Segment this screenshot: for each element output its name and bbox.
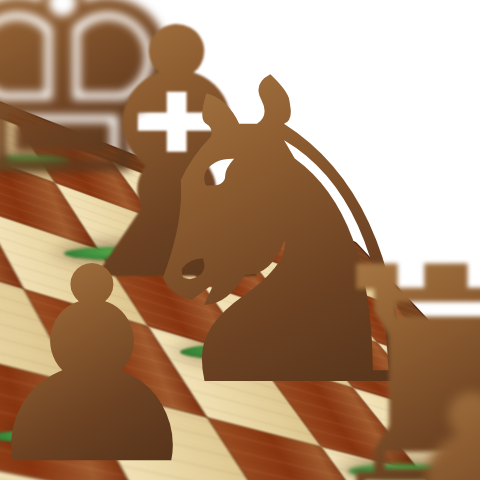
piece-pawn-g2: ♟ (338, 358, 480, 480)
piece-pawn-d3: ♟ (0, 232, 213, 480)
chess-photo-scene: ♚♝♞♜♟♟ (0, 0, 480, 480)
